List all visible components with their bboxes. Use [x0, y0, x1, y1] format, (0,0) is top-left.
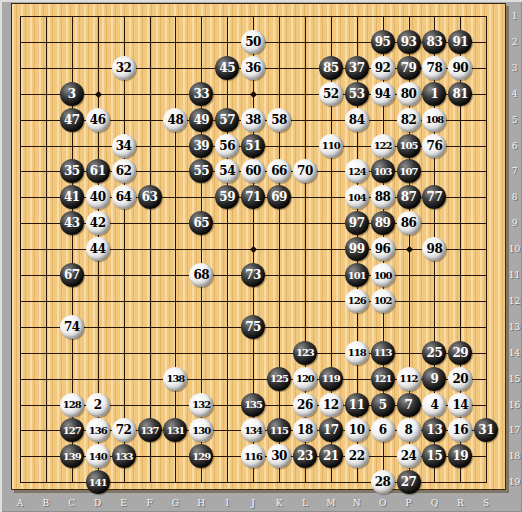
stone-H16: 132: [189, 393, 213, 417]
col-label-A: A: [12, 498, 28, 508]
stone-J3: 36: [241, 56, 265, 80]
col-label-N: N: [349, 498, 365, 508]
stone-O16: 5: [371, 393, 395, 417]
stone-R3: 90: [448, 56, 472, 80]
stone-E18: 133: [112, 444, 136, 468]
stone-R16: 14: [448, 393, 472, 417]
row-label-10: 10: [507, 244, 522, 254]
stone-C9: 43: [60, 211, 84, 235]
col-label-D: D: [90, 498, 106, 508]
stone-G5: 48: [163, 108, 187, 132]
row-label-1: 1: [507, 11, 522, 21]
stone-L15: 120: [293, 367, 317, 391]
stone-D19: 141: [86, 470, 110, 494]
stone-P15: 112: [397, 367, 421, 391]
stone-P8: 87: [397, 185, 421, 209]
stone-O10: 96: [371, 237, 395, 261]
stone-N12: 126: [345, 289, 369, 313]
stone-L14: 123: [293, 341, 317, 365]
row-label-13: 13: [507, 322, 522, 332]
stone-M18: 21: [319, 444, 343, 468]
go-game-viewer: ABCDEFGHIJKLMNOPQRS123456789101112131415…: [0, 0, 522, 512]
col-label-R: R: [452, 498, 468, 508]
stone-N16: 11: [345, 393, 369, 417]
stone-J11: 73: [241, 263, 265, 287]
stone-P4: 80: [397, 82, 421, 106]
stone-O2: 95: [371, 30, 395, 54]
stone-O4: 94: [371, 82, 395, 106]
stone-P18: 24: [397, 444, 421, 468]
stone-K5: 58: [267, 108, 291, 132]
col-label-O: O: [375, 498, 391, 508]
row-label-19: 19: [507, 477, 522, 487]
stone-D16: 2: [86, 393, 110, 417]
row-label-14: 14: [507, 348, 522, 358]
row-label-18: 18: [507, 451, 522, 461]
stone-Q15: 9: [422, 367, 446, 391]
stone-C4: 3: [60, 82, 84, 106]
stone-N18: 22: [345, 444, 369, 468]
stone-M3: 85: [319, 56, 343, 80]
stone-R14: 29: [448, 341, 472, 365]
stone-N4: 53: [345, 82, 369, 106]
row-label-2: 2: [507, 37, 522, 47]
stone-P2: 93: [397, 30, 421, 54]
stone-N17: 10: [345, 418, 369, 442]
stone-P19: 27: [397, 470, 421, 494]
row-label-4: 4: [507, 89, 522, 99]
stone-J6: 51: [241, 134, 265, 158]
grid-line-v: [279, 16, 280, 483]
stone-I3: 45: [215, 56, 239, 80]
grid-line-v: [486, 16, 487, 483]
col-label-S: S: [478, 498, 494, 508]
stone-H4: 33: [189, 82, 213, 106]
row-label-8: 8: [507, 192, 522, 202]
stone-C13: 74: [60, 315, 84, 339]
stone-D8: 40: [86, 185, 110, 209]
stone-O15: 121: [371, 367, 395, 391]
stone-O7: 103: [371, 159, 395, 183]
stone-K15: 125: [267, 367, 291, 391]
stone-N3: 37: [345, 56, 369, 80]
stone-D17: 136: [86, 418, 110, 442]
stone-D10: 44: [86, 237, 110, 261]
stone-C18: 139: [60, 444, 84, 468]
stone-E3: 32: [112, 56, 136, 80]
grid-line-h: [20, 301, 487, 302]
row-label-16: 16: [507, 400, 522, 410]
stone-E8: 64: [112, 185, 136, 209]
col-label-C: C: [64, 498, 80, 508]
col-label-Q: Q: [426, 498, 442, 508]
col-label-H: H: [193, 498, 209, 508]
col-label-K: K: [271, 498, 287, 508]
stone-N5: 84: [345, 108, 369, 132]
stone-N11: 101: [345, 263, 369, 287]
stone-O6: 122: [371, 134, 395, 158]
col-label-I: I: [219, 498, 235, 508]
stone-J5: 38: [241, 108, 265, 132]
stone-C5: 47: [60, 108, 84, 132]
stone-E17: 72: [112, 418, 136, 442]
stone-D5: 46: [86, 108, 110, 132]
stone-N10: 99: [345, 237, 369, 261]
stone-J16: 135: [241, 393, 265, 417]
row-label-11: 11: [507, 270, 522, 280]
row-label-7: 7: [507, 166, 522, 176]
row-label-3: 3: [507, 63, 522, 73]
stone-O3: 92: [371, 56, 395, 80]
stone-G15: 138: [163, 367, 187, 391]
col-label-E: E: [116, 498, 132, 508]
col-label-P: P: [401, 498, 417, 508]
stone-J2: 50: [241, 30, 265, 54]
stone-O8: 88: [371, 185, 395, 209]
stone-D7: 61: [86, 159, 110, 183]
stone-O19: 28: [371, 470, 395, 494]
stone-E6: 34: [112, 134, 136, 158]
stone-F8: 63: [138, 185, 162, 209]
stone-I5: 57: [215, 108, 239, 132]
stone-F17: 137: [138, 418, 162, 442]
stone-P17: 8: [397, 418, 421, 442]
stone-O17: 6: [371, 418, 395, 442]
col-label-L: L: [297, 498, 313, 508]
stone-P6: 105: [397, 134, 421, 158]
stone-R4: 81: [448, 82, 472, 106]
stone-P3: 79: [397, 56, 421, 80]
stone-C8: 41: [60, 185, 84, 209]
row-label-17: 17: [507, 425, 522, 435]
stone-P16: 7: [397, 393, 421, 417]
col-label-F: F: [142, 498, 158, 508]
row-label-9: 9: [507, 218, 522, 228]
stone-N9: 97: [345, 211, 369, 235]
col-label-J: J: [245, 498, 261, 508]
row-label-6: 6: [507, 141, 522, 151]
stone-M6: 110: [319, 134, 343, 158]
stone-C16: 128: [60, 393, 84, 417]
row-label-15: 15: [507, 374, 522, 384]
stone-O11: 100: [371, 263, 395, 287]
stone-N7: 124: [345, 159, 369, 183]
stone-O14: 113: [371, 341, 395, 365]
stone-Q16: 4: [422, 393, 446, 417]
stone-O12: 102: [371, 289, 395, 313]
row-label-12: 12: [507, 296, 522, 306]
col-label-B: B: [38, 498, 54, 508]
stone-Q14: 25: [422, 341, 446, 365]
stone-O9: 89: [371, 211, 395, 235]
col-label-G: G: [167, 498, 183, 508]
stone-I6: 56: [215, 134, 239, 158]
stone-E7: 62: [112, 159, 136, 183]
stone-D18: 140: [86, 444, 110, 468]
col-label-M: M: [323, 498, 339, 508]
stone-J13: 75: [241, 315, 265, 339]
stone-P7: 107: [397, 159, 421, 183]
grid-line-h: [20, 353, 487, 354]
stone-Q5: 108: [422, 108, 446, 132]
stone-L16: 26: [293, 393, 317, 417]
stone-P5: 82: [397, 108, 421, 132]
stone-H6: 39: [189, 134, 213, 158]
stone-M4: 52: [319, 82, 343, 106]
stone-R15: 20: [448, 367, 472, 391]
stone-D9: 42: [86, 211, 110, 235]
stone-N8: 104: [345, 185, 369, 209]
stone-H5: 49: [189, 108, 213, 132]
stone-N14: 118: [345, 341, 369, 365]
stone-M16: 12: [319, 393, 343, 417]
stone-Q6: 76: [422, 134, 446, 158]
stone-Q4: 1: [422, 82, 446, 106]
stone-M15: 119: [319, 367, 343, 391]
row-label-5: 5: [507, 115, 522, 125]
stone-C11: 67: [60, 263, 84, 287]
stone-P9: 86: [397, 211, 421, 235]
